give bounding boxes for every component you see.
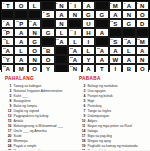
cell-letter: A (19, 29, 23, 36)
cell-letter: N (32, 29, 36, 36)
cell-letter: G (126, 20, 131, 27)
cell-letter: M (19, 65, 24, 72)
clue-number: 4 (79, 94, 86, 98)
clue-item: 18Ningas ng apoy (79, 139, 146, 143)
cell-letter: A (6, 20, 10, 27)
clue-number: 8 (5, 99, 12, 103)
cell-letter: P (19, 20, 23, 27)
letter-cell[interactable]: U (82, 19, 95, 28)
letter-cell[interactable]: A (14, 37, 27, 46)
cell-letter: G (86, 11, 91, 18)
letter-cell[interactable]: 1T (1, 1, 14, 10)
clue-number: 17 (79, 134, 86, 138)
letter-cell[interactable]: L (55, 28, 68, 37)
clue-text: Tawag sa kaibigan (14, 84, 72, 88)
letter-cell[interactable]: N (122, 10, 135, 19)
clue-item: 21Batang lalaki (79, 149, 146, 150)
letter-cell[interactable]: A (14, 28, 27, 37)
black-cell (95, 19, 108, 28)
clue-item: 10Adyos (79, 119, 146, 123)
cell-letter: G (46, 29, 51, 36)
clue-number: 2 (79, 84, 86, 88)
cell-letter: U (86, 20, 90, 27)
cell-letter: W (113, 56, 119, 63)
letter-cell[interactable]: G (95, 10, 108, 19)
cell-letter: A (19, 38, 23, 45)
clue-text: Higit (88, 99, 147, 103)
cell-number: 24 (3, 56, 6, 58)
letter-cell[interactable]: O (28, 46, 41, 55)
cell-letter: I (74, 2, 76, 9)
letter-cell[interactable]: 19M (136, 37, 149, 46)
clue-item: 4Panipit ng buhok (79, 94, 146, 98)
cell-number: 16 (56, 38, 59, 40)
clue-item: 2Bahagi ng nanlaban (79, 84, 146, 88)
clue-number: 16 (5, 124, 12, 128)
clue-item: 2National Irrigation Administration (5, 89, 71, 93)
cell-letter: B (127, 65, 131, 72)
cell-letter: O (19, 2, 24, 9)
cell-number: 11 (29, 20, 32, 22)
cell-number: 4 (83, 2, 84, 4)
cell-letter: A (86, 2, 90, 9)
down-clues-column: PABABA 2Bahagi ng nanlaban3Uso ngayon4Pa… (79, 76, 146, 150)
cell-letter: Y (46, 65, 50, 72)
clue-item: 14Italaga (79, 129, 146, 133)
letter-cell[interactable]: 3I (68, 1, 81, 10)
clue-text: Pagpapakinis ng kahoy (14, 114, 72, 118)
black-cell (41, 37, 54, 46)
clue-text: Suob (14, 134, 72, 138)
cell-letter: T (6, 2, 10, 9)
letter-cell[interactable]: N (28, 28, 41, 37)
letter-cell[interactable]: N (28, 55, 41, 64)
cell-number: 9 (3, 20, 4, 22)
cell-letter: N (127, 11, 131, 18)
letter-cell[interactable]: Y (82, 55, 95, 64)
across-header: PAHALANG (5, 76, 71, 81)
clue-text: National Irrigation Administration (14, 89, 72, 93)
clue-item: 13Pagpapakinis ng kahoy (5, 114, 71, 118)
cell-letter: G (32, 38, 37, 45)
down-header: PABABA (79, 76, 146, 81)
cell-letter: A (100, 29, 104, 36)
clue-number: 12 (5, 109, 12, 113)
clue-item: 19Paghalik sa kamay ng matatanda (79, 144, 146, 148)
letter-cell[interactable]: G (122, 19, 135, 28)
cell-number: 26 (3, 65, 6, 67)
cell-letter: N (73, 65, 77, 72)
clue-item: 12Daglat ng signed (5, 109, 71, 113)
black-cell (41, 1, 54, 10)
cell-number: 17 (110, 38, 113, 40)
cell-letter: A (19, 56, 23, 63)
cell-number: 14 (70, 29, 73, 31)
clue-item: 24Payak o simple (5, 144, 71, 148)
cell-number: 7 (137, 2, 138, 4)
clue-number: 25 (5, 149, 12, 150)
cell-letter: A (100, 47, 104, 54)
cell-letter: D (140, 20, 144, 27)
clue-text: Bahagi ng nanlaban (88, 84, 147, 88)
cell-letter: N (140, 56, 144, 63)
cell-letter: M (140, 38, 145, 45)
cell-letter: L (87, 47, 91, 54)
cell-letter: O (140, 65, 145, 72)
cell-number: 20 (3, 47, 6, 49)
letter-cell[interactable]: 5M (109, 1, 122, 10)
cell-letter: I (115, 65, 117, 72)
clue-text: Ningas ng apoy (88, 139, 147, 143)
clue-item: 22Memorya (5, 139, 71, 143)
clue-area: PAHALANG 1Tawag sa kaibigan2National Irr… (0, 72, 150, 150)
clue-item: 9Balat ng lumpia (5, 104, 71, 108)
black-cell (28, 10, 41, 19)
cell-letter: N (59, 2, 63, 9)
cell-letter: A (6, 65, 10, 72)
cell-number: 21 (43, 47, 46, 49)
clue-text: Italaga (88, 129, 147, 133)
clue-text: Daglat ng signed (14, 109, 72, 113)
letter-cell[interactable]: H (82, 28, 95, 37)
clue-number: 19 (79, 144, 86, 148)
crossword-grid: 1TOL2N3I4A5M6A7N8SANGGANO9A10P11ANU12SGD… (0, 0, 150, 70)
black-cell (68, 19, 81, 28)
cell-letter: O (46, 56, 51, 63)
clue-text: Payak o simple (14, 144, 72, 148)
cell-letter: B (46, 47, 50, 54)
clue-number: 5 (79, 99, 86, 103)
cell-letter: I (74, 29, 76, 36)
cell-letter: L (33, 2, 37, 9)
letter-cell[interactable]: I (82, 37, 95, 46)
letter-cell[interactable]: 22A (68, 46, 81, 55)
clue-item: 5Kahit ___ (5, 94, 71, 98)
clue-item: 5Higit (79, 99, 146, 103)
cell-letter: A (32, 20, 36, 27)
clue-text: Panipit ng buhok (88, 94, 147, 98)
letter-cell[interactable]: A (109, 10, 122, 19)
letter-cell[interactable]: G (82, 10, 95, 19)
clue-number: 11 (79, 124, 86, 128)
cell-number: 1 (3, 2, 4, 4)
clue-text: Basagulero (14, 99, 72, 103)
letter-cell[interactable]: 14I (68, 28, 81, 37)
letter-cell[interactable]: A (122, 55, 135, 64)
letter-cell[interactable]: 4A (82, 1, 95, 10)
letter-cell[interactable]: A (136, 46, 149, 55)
clue-item: 17Uncle ___ ng Amerika (5, 129, 71, 133)
cell-number: 13 (3, 29, 6, 31)
clue-number: 13 (5, 114, 12, 118)
cell-letter: A (127, 2, 131, 9)
clue-item: 17Bigo sa pag-ibig (79, 134, 146, 138)
clue-number: 10 (79, 119, 86, 123)
cell-letter: A (73, 56, 77, 63)
cell-letter: L (127, 47, 131, 54)
clue-text: Bayan ng mga pintor sa Rizal (88, 124, 147, 128)
clue-number: 7 (79, 109, 86, 113)
letter-cell[interactable]: 21B (41, 46, 54, 55)
letter-cell[interactable]: A (14, 55, 27, 64)
cell-number: 19 (137, 38, 140, 40)
letter-cell[interactable]: 12S (109, 19, 122, 28)
black-cell (95, 37, 108, 46)
cell-letter: A (59, 11, 63, 18)
letter-cell[interactable]: A (55, 10, 68, 19)
clue-item: 20Suob (5, 134, 71, 138)
clue-text: Adyos (88, 119, 147, 123)
cell-letter: M (113, 2, 118, 9)
cell-number: 27 (70, 65, 73, 67)
clue-text: Uncle ___ ng Amerika (14, 129, 72, 133)
cell-number: 2 (56, 2, 57, 4)
clue-item: 9Dalampasigan (79, 114, 146, 118)
letter-cell[interactable]: D (136, 19, 149, 28)
cell-letter: A (59, 38, 63, 45)
cell-letter: O (32, 65, 37, 72)
cell-number: 8 (43, 11, 44, 13)
letter-cell[interactable]: 10P (14, 19, 27, 28)
letter-cell[interactable]: N (55, 19, 68, 28)
clue-item: 6Pantukoy (79, 104, 146, 108)
clue-number: 9 (5, 104, 12, 108)
letter-cell[interactable]: G (28, 37, 41, 46)
clue-item: 11Bayan ng mga pintor sa Rizal (79, 124, 146, 128)
clue-item: 1Tawag sa kaibigan (5, 84, 71, 88)
letter-cell[interactable]: L (122, 46, 135, 55)
black-cell (109, 28, 122, 37)
letter-cell[interactable]: 23A (95, 46, 108, 55)
letter-cell[interactable]: O (136, 10, 149, 19)
cell-letter: A (127, 56, 131, 63)
cell-letter: H (86, 29, 90, 36)
across-clue-list: 1Tawag sa kaibigan2National Irrigation A… (5, 84, 71, 151)
clue-item: 3Uso ngayon (79, 89, 146, 93)
across-clues-column: PAHALANG 1Tawag sa kaibigan2National Irr… (5, 76, 71, 150)
cell-letter: I (88, 38, 90, 45)
clue-text: Pagtanggi sa isa't isa (14, 149, 72, 150)
cell-number: 10 (16, 20, 19, 22)
clue-number: 15 (5, 119, 12, 123)
black-cell (1, 10, 14, 19)
letter-cell[interactable]: L (82, 46, 95, 55)
black-cell (55, 46, 68, 55)
clue-text: Dalampasigan (88, 114, 147, 118)
clue-text: Bigo sa pag-ibig (88, 134, 147, 138)
cell-letter: A (113, 11, 117, 18)
clue-item: 25Pagtanggi sa isa't isa (5, 149, 71, 150)
clue-text: Pantukoy (88, 104, 147, 108)
cell-letter: G (100, 11, 105, 18)
cell-number: 15 (3, 38, 6, 40)
clue-number: 5 (5, 94, 12, 98)
letter-cell[interactable]: 18A (122, 37, 135, 46)
cell-letter: L (73, 38, 77, 45)
letter-cell[interactable]: A (95, 55, 108, 64)
letter-cell[interactable]: 20A (1, 46, 14, 55)
clue-text: Boksingerong si Muhammad ___ (14, 124, 72, 128)
clue-number: 20 (5, 134, 12, 138)
clue-text: Memorya (14, 139, 72, 143)
cell-letter: A (127, 38, 131, 45)
cell-letter: N (140, 2, 144, 9)
cell-letter: L (19, 47, 23, 54)
black-cell (95, 1, 108, 10)
clue-text: Kahit ___ (14, 94, 72, 98)
clue-number: 18 (79, 139, 86, 143)
letter-cell[interactable]: 6A (122, 1, 135, 10)
clue-number: 24 (5, 144, 12, 148)
cell-letter: S (113, 38, 117, 45)
cell-letter: Y (86, 56, 90, 63)
cell-number: 22 (70, 47, 73, 49)
letter-cell[interactable]: L (14, 46, 27, 55)
cell-letter: A (6, 47, 10, 54)
letter-cell[interactable]: 9A (1, 19, 14, 28)
black-cell (14, 10, 27, 19)
clue-item: 15Antala (5, 119, 71, 123)
cell-number: 18 (124, 38, 127, 40)
letter-cell[interactable]: L (68, 37, 81, 46)
letter-cell[interactable]: A (95, 28, 108, 37)
black-cell (136, 28, 149, 37)
clue-item: 16Boksingerong si Muhammad ___ (5, 124, 71, 128)
cell-letter: O (140, 11, 145, 18)
clue-item: 8Basagulero (5, 99, 71, 103)
letter-cell[interactable]: 2N (55, 1, 68, 10)
clue-text: Antala (14, 119, 72, 123)
clue-text: Balat ng lumpia (14, 104, 72, 108)
down-clue-list: 2Bahagi ng nanlaban3Uso ngayon4Panipit n… (79, 84, 146, 151)
letter-cell[interactable]: 13P (1, 28, 14, 37)
clue-number: 17 (5, 129, 12, 133)
letter-cell[interactable]: 17S (109, 37, 122, 46)
cell-number: 12 (110, 20, 113, 22)
letter-cell[interactable]: 11A (28, 19, 41, 28)
cell-number: 3 (70, 2, 71, 4)
cell-number: 5 (110, 2, 111, 4)
cell-letter: N (73, 11, 77, 18)
letter-cell[interactable]: A (109, 46, 122, 55)
clue-text: Batang lalaki (88, 149, 147, 150)
cell-letter: L (60, 29, 64, 36)
cell-letter: T (100, 65, 104, 72)
cell-letter: S (46, 11, 50, 18)
cell-letter: N (59, 20, 63, 27)
letter-cell[interactable]: O (14, 1, 27, 10)
clue-text: Uso ngayon (88, 89, 147, 93)
cell-number: 25 (70, 56, 73, 58)
letter-cell[interactable]: 7N (136, 1, 149, 10)
cell-letter: A (73, 47, 77, 54)
cell-letter: L (6, 38, 10, 45)
clue-text: Paghalik sa kamay ng matatanda (88, 144, 147, 148)
clue-text: Tango sa Ingles (88, 109, 147, 113)
crossword-page: 1TOL2N3I4A5M6A7N8SANGGANO9A10P11ANU12SGD… (0, 0, 150, 150)
clue-number: 1 (5, 84, 12, 88)
letter-cell[interactable]: 15L (1, 37, 14, 46)
clue-number: 14 (79, 129, 86, 133)
black-cell (122, 28, 135, 37)
clue-number: 22 (5, 139, 12, 143)
clue-number: 21 (79, 149, 86, 150)
letter-cell[interactable]: N (68, 10, 81, 19)
cell-letter: Y (6, 56, 10, 63)
clue-number: 2 (5, 89, 12, 93)
cell-letter: N (32, 56, 36, 63)
letter-cell[interactable]: 8S (41, 10, 54, 19)
cell-letter: A (113, 47, 117, 54)
cell-letter: O (32, 47, 37, 54)
letter-cell[interactable]: G (41, 28, 54, 37)
cell-letter: A (100, 56, 104, 63)
letter-cell[interactable]: L (28, 1, 41, 10)
cell-letter: S (113, 20, 117, 27)
letter-cell[interactable]: O (41, 55, 54, 64)
letter-cell[interactable]: 16A (55, 37, 68, 46)
cell-letter: A (140, 47, 144, 54)
letter-cell[interactable]: 25A (68, 55, 81, 64)
letter-cell[interactable]: N (136, 55, 149, 64)
cell-letter: P (6, 29, 10, 36)
clue-item: 7Tango sa Ingles (79, 109, 146, 113)
clue-number: 9 (79, 114, 86, 118)
cell-number: 23 (97, 47, 100, 49)
clue-number: 3 (79, 89, 86, 93)
black-cell (41, 19, 54, 28)
cell-letter: A (86, 65, 90, 72)
letter-cell[interactable]: W (109, 55, 122, 64)
cell-number: 6 (124, 2, 125, 4)
black-cell (55, 55, 68, 64)
clue-number: 6 (79, 104, 86, 108)
letter-cell[interactable]: 24Y (1, 55, 14, 64)
